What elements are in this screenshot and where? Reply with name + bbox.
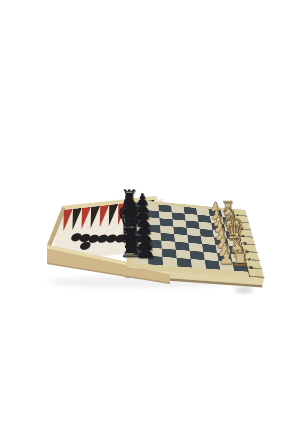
backgammon-checker [79, 241, 91, 250]
square-a7 [148, 256, 163, 266]
chessboard-grid [133, 202, 248, 272]
chessboard-lid: 12345678 [127, 199, 264, 278]
backgammon-checker [114, 234, 126, 243]
square-a6 [162, 257, 177, 267]
product-photo-scene: 12345678 ♜♞♝♛♚♝♞♜♟♟♟♟♟♟♟♟♟♟♟♟♟♟♟♟♜♞♝♛♚♝♞… [0, 0, 298, 448]
square-a8 [134, 255, 149, 265]
edge-label-8: 8 [248, 263, 263, 272]
square-a5 [177, 258, 192, 268]
backgammon-point [59, 209, 73, 232]
lid-corner-shadow [234, 287, 254, 292]
